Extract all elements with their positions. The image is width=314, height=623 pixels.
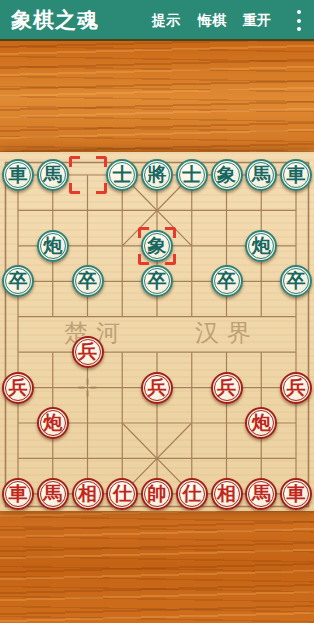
piece-red-elephant[interactable]: 相 (211, 478, 243, 510)
piece-red-soldier[interactable]: 兵 (280, 372, 312, 404)
piece-black-chariot[interactable]: 車 (2, 159, 34, 191)
piece-red-advisor[interactable]: 仕 (176, 478, 208, 510)
piece-red-soldier[interactable]: 兵 (2, 372, 34, 404)
piece-red-chariot[interactable]: 車 (280, 478, 312, 510)
piece-red-advisor[interactable]: 仕 (106, 478, 138, 510)
piece-red-cannon[interactable]: 炮 (37, 407, 69, 439)
piece-red-soldier[interactable]: 兵 (72, 336, 104, 368)
restart-button[interactable]: 重开 (239, 0, 275, 41)
piece-black-advisor[interactable]: 士 (176, 159, 208, 191)
piece-red-soldier[interactable]: 兵 (141, 372, 173, 404)
piece-black-elephant[interactable]: 象 (141, 230, 173, 262)
piece-black-general[interactable]: 將 (141, 159, 173, 191)
kebab-menu-icon[interactable] (294, 10, 304, 31)
hint-button[interactable]: 提示 (148, 0, 184, 41)
piece-red-elephant[interactable]: 相 (72, 478, 104, 510)
piece-red-soldier[interactable]: 兵 (211, 372, 243, 404)
piece-black-soldier[interactable]: 卒 (72, 265, 104, 297)
app-title: 象棋之魂 (11, 6, 99, 34)
app-screen: 象棋之魂 提示 悔棋 重开 楚河 汉界 車馬士將士象馬車炮象炮卒卒卒卒卒兵兵兵兵… (0, 0, 314, 623)
piece-red-horse[interactable]: 馬 (37, 478, 69, 510)
piece-black-advisor[interactable]: 士 (106, 159, 138, 191)
piece-red-horse[interactable]: 馬 (245, 478, 277, 510)
board-grid (0, 152, 314, 511)
undo-button[interactable]: 悔棋 (194, 0, 230, 41)
piece-black-soldier[interactable]: 卒 (211, 265, 243, 297)
piece-black-horse[interactable]: 馬 (245, 159, 277, 191)
piece-black-elephant[interactable]: 象 (211, 159, 243, 191)
xiangqi-board[interactable]: 楚河 汉界 車馬士將士象馬車炮象炮卒卒卒卒卒兵兵兵兵兵炮炮車馬相仕帥仕相馬車 (0, 152, 314, 511)
piece-black-cannon[interactable]: 炮 (37, 230, 69, 262)
piece-red-general[interactable]: 帥 (141, 478, 173, 510)
piece-black-horse[interactable]: 馬 (37, 159, 69, 191)
piece-black-cannon[interactable]: 炮 (245, 230, 277, 262)
river-label-right: 汉界 (195, 320, 259, 346)
app-bar: 象棋之魂 提示 悔棋 重开 (0, 0, 314, 41)
piece-black-chariot[interactable]: 車 (280, 159, 312, 191)
piece-red-chariot[interactable]: 車 (2, 478, 34, 510)
piece-red-cannon[interactable]: 炮 (245, 407, 277, 439)
